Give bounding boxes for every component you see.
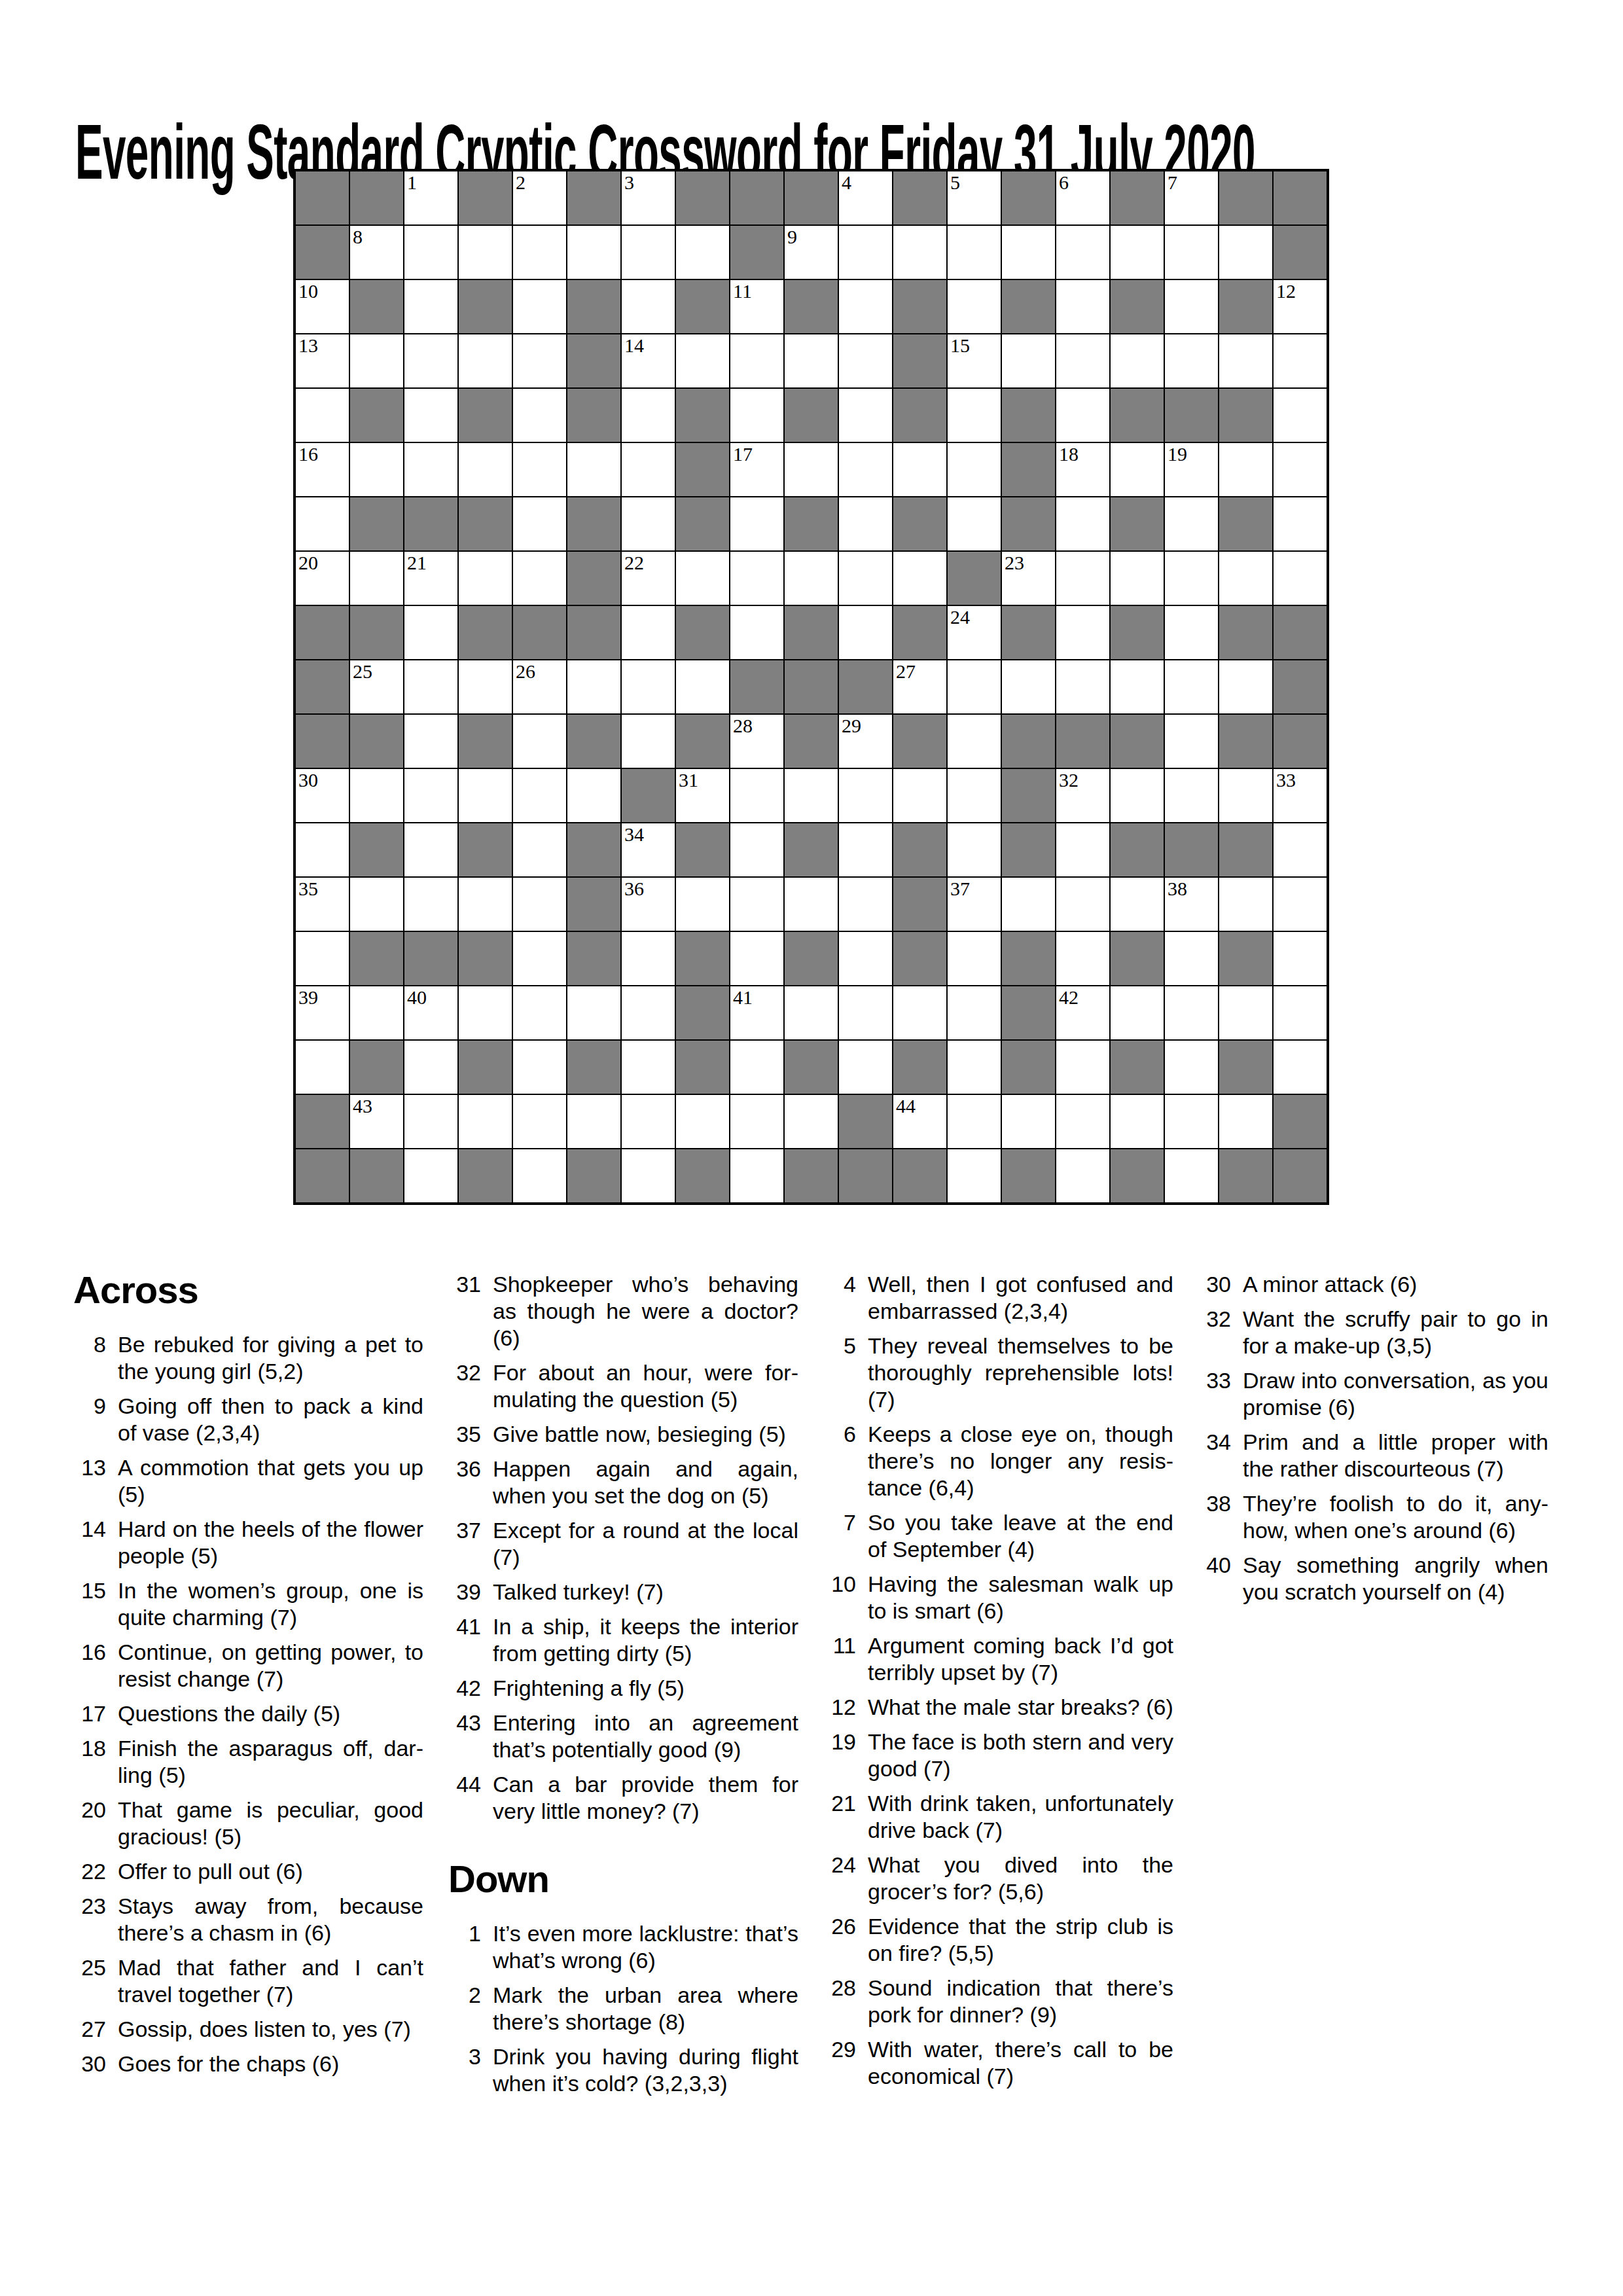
clue-item: 19The face is both stern and very good (… [823, 1729, 1173, 1782]
clue-item: 35Give battle now, besieging (5) [448, 1421, 798, 1448]
grid-cell[interactable] [1219, 1094, 1273, 1149]
grid-cell[interactable] [458, 768, 512, 823]
grid-cell[interactable] [404, 768, 458, 823]
grid-cell[interactable] [404, 1094, 458, 1149]
grid-cell[interactable] [730, 768, 784, 823]
grid-cell[interactable] [784, 551, 838, 605]
grid-cell[interactable]: 21 [404, 551, 458, 605]
grid-cell[interactable] [730, 334, 784, 388]
grid-cell[interactable] [947, 388, 1001, 442]
grid-cell[interactable] [730, 1094, 784, 1149]
grid-cell[interactable]: 4 [838, 171, 893, 225]
grid-cell[interactable] [947, 225, 1001, 279]
grid-cell[interactable] [893, 225, 947, 279]
grid-cell[interactable]: 30 [295, 768, 349, 823]
grid-cell[interactable]: 34 [621, 823, 675, 877]
blocked-cell [458, 605, 512, 660]
grid-cell[interactable] [1001, 1094, 1056, 1149]
grid-cell[interactable] [1219, 334, 1273, 388]
grid-cell[interactable] [621, 986, 675, 1040]
grid-cell[interactable] [1056, 931, 1110, 986]
grid-cell[interactable] [621, 660, 675, 714]
grid-cell[interactable] [295, 931, 349, 986]
grid-cell[interactable] [404, 605, 458, 660]
grid-cell[interactable] [349, 986, 404, 1040]
grid-cell[interactable] [947, 823, 1001, 877]
blocked-cell [1164, 823, 1219, 877]
blocked-cell [1001, 986, 1056, 1040]
grid-cell[interactable]: 44 [893, 1094, 947, 1149]
blocked-cell [784, 931, 838, 986]
grid-cell[interactable] [947, 1040, 1001, 1094]
grid-cell[interactable] [621, 225, 675, 279]
grid-cell[interactable]: 24 [947, 605, 1001, 660]
blocked-cell [838, 1094, 893, 1149]
clue-item-number: 26 [823, 1913, 856, 1940]
grid-cell[interactable] [1273, 931, 1327, 986]
grid-cell[interactable] [1164, 497, 1219, 551]
grid-cell[interactable] [1110, 768, 1164, 823]
grid-cell[interactable]: 23 [1001, 551, 1056, 605]
grid-cell[interactable] [1219, 442, 1273, 497]
blocked-cell [1273, 1094, 1327, 1149]
grid-cell[interactable] [1056, 823, 1110, 877]
grid-cell[interactable] [838, 1040, 893, 1094]
grid-cell[interactable] [1219, 877, 1273, 931]
grid-cell[interactable] [1219, 660, 1273, 714]
grid-cell[interactable] [1164, 660, 1219, 714]
blocked-cell [349, 1149, 404, 1203]
grid-cell[interactable] [404, 388, 458, 442]
grid-cell[interactable] [1164, 225, 1219, 279]
blocked-cell [1219, 931, 1273, 986]
grid-cell[interactable] [1001, 660, 1056, 714]
grid-cell[interactable]: 15 [947, 334, 1001, 388]
grid-cell[interactable] [458, 986, 512, 1040]
grid-cell[interactable] [838, 497, 893, 551]
blocked-cell [893, 334, 947, 388]
grid-cell[interactable] [675, 1094, 730, 1149]
grid-cell[interactable]: 33 [1273, 768, 1327, 823]
clue-item: 26Evidence that the strip club is on fir… [823, 1913, 1173, 1967]
grid-cell[interactable] [1056, 551, 1110, 605]
grid-cell[interactable]: 41 [730, 986, 784, 1040]
clue-item: 23Stays away from, because there’s a cha… [73, 1893, 423, 1946]
grid-cell[interactable] [621, 497, 675, 551]
blocked-cell [1164, 388, 1219, 442]
grid-cell[interactable] [1164, 1149, 1219, 1203]
grid-cell[interactable] [838, 877, 893, 931]
cell-clue-number: 21 [407, 552, 427, 573]
grid-cell[interactable]: 28 [730, 714, 784, 768]
grid-cell[interactable]: 20 [295, 551, 349, 605]
grid-cell[interactable]: 27 [893, 660, 947, 714]
grid-cell[interactable] [349, 768, 404, 823]
grid-cell[interactable] [893, 442, 947, 497]
grid-cell[interactable] [404, 225, 458, 279]
grid-cell[interactable] [730, 497, 784, 551]
grid-cell[interactable] [838, 225, 893, 279]
grid-cell[interactable] [349, 551, 404, 605]
grid-cell[interactable]: 26 [512, 660, 567, 714]
clue-item-text: They’re foolish to do it, anyhow, when o… [1243, 1491, 1548, 1543]
grid-cell[interactable] [784, 768, 838, 823]
grid-cell[interactable] [1056, 1040, 1110, 1094]
grid-cell[interactable] [512, 225, 567, 279]
clue-item-number: 12 [823, 1694, 856, 1721]
grid-cell[interactable]: 22 [621, 551, 675, 605]
grid-cell[interactable] [1056, 1094, 1110, 1149]
blocked-cell [1001, 714, 1056, 768]
cell-clue-number: 20 [298, 552, 318, 573]
grid-cell[interactable] [1164, 551, 1219, 605]
grid-cell[interactable] [1001, 334, 1056, 388]
grid-cell[interactable] [947, 931, 1001, 986]
blocked-cell [1110, 1149, 1164, 1203]
grid-cell[interactable] [512, 823, 567, 877]
grid-cell[interactable] [947, 714, 1001, 768]
grid-cell[interactable] [512, 714, 567, 768]
grid-cell[interactable] [621, 1040, 675, 1094]
clue-item-number: 37 [448, 1517, 481, 1544]
grid-cell[interactable] [621, 931, 675, 986]
grid-cell[interactable] [1273, 442, 1327, 497]
grid-cell[interactable] [458, 551, 512, 605]
clue-item-number: 13 [73, 1454, 106, 1481]
grid-cell[interactable] [947, 279, 1001, 334]
grid-cell[interactable] [947, 660, 1001, 714]
grid-cell[interactable] [404, 334, 458, 388]
grid-cell[interactable]: 39 [295, 986, 349, 1040]
grid-cell[interactable]: 7 [1164, 171, 1219, 225]
clue-item-text: Can a bar provide them for very little m… [493, 1772, 798, 1823]
cell-clue-number: 2 [516, 172, 526, 193]
grid-cell[interactable] [947, 986, 1001, 1040]
grid-cell[interactable] [838, 279, 893, 334]
clue-item-number: 29 [823, 2036, 856, 2063]
cell-clue-number: 14 [624, 335, 644, 356]
clue-item-number: 34 [1198, 1429, 1231, 1456]
clue-item-text: Entering into an agreement that’s potent… [493, 1710, 798, 1762]
blocked-cell [1001, 1040, 1056, 1094]
grid-cell[interactable]: 9 [784, 225, 838, 279]
clue-item: 13A commotion that gets you up (5) [73, 1454, 423, 1508]
blocked-cell [784, 1040, 838, 1094]
grid-cell[interactable] [675, 334, 730, 388]
grid-cell[interactable] [730, 823, 784, 877]
grid-cell[interactable] [784, 442, 838, 497]
blocked-cell [621, 768, 675, 823]
grid-cell[interactable] [567, 1094, 621, 1149]
grid-cell[interactable] [1110, 660, 1164, 714]
grid-cell[interactable] [1110, 986, 1164, 1040]
grid-cell[interactable] [784, 986, 838, 1040]
clue-item-text: Keeps a close eye on, though there’s no … [868, 1422, 1173, 1500]
clue-item-text: Having the salesman walk up to is smart … [868, 1571, 1173, 1623]
grid-cell[interactable] [404, 714, 458, 768]
grid-cell[interactable] [621, 388, 675, 442]
grid-cell[interactable] [1110, 442, 1164, 497]
grid-cell[interactable] [621, 1094, 675, 1149]
grid-cell[interactable]: 18 [1056, 442, 1110, 497]
grid-cell[interactable] [893, 768, 947, 823]
grid-cell[interactable] [784, 877, 838, 931]
grid-cell[interactable] [838, 986, 893, 1040]
grid-cell[interactable]: 19 [1164, 442, 1219, 497]
grid-cell[interactable] [1273, 877, 1327, 931]
grid-cell[interactable] [730, 551, 784, 605]
grid-cell[interactable]: 29 [838, 714, 893, 768]
grid-cell[interactable]: 1 [404, 171, 458, 225]
grid-cell[interactable] [1110, 225, 1164, 279]
grid-cell[interactable] [458, 442, 512, 497]
blocked-cell [458, 714, 512, 768]
grid-cell[interactable] [1164, 986, 1219, 1040]
blocked-cell [784, 823, 838, 877]
grid-cell[interactable] [1056, 279, 1110, 334]
grid-cell[interactable]: 5 [947, 171, 1001, 225]
grid-cell[interactable] [1219, 768, 1273, 823]
grid-cell[interactable] [1164, 768, 1219, 823]
grid-cell[interactable] [947, 1094, 1001, 1149]
grid-cell[interactable]: 16 [295, 442, 349, 497]
grid-cell[interactable]: 42 [1056, 986, 1110, 1040]
grid-cell[interactable] [567, 986, 621, 1040]
grid-cell[interactable] [1219, 225, 1273, 279]
blocked-cell [893, 171, 947, 225]
grid-cell[interactable] [349, 442, 404, 497]
blocked-cell [295, 605, 349, 660]
clue-item-number: 18 [73, 1735, 106, 1762]
grid-cell[interactable] [1001, 225, 1056, 279]
blocked-cell [1001, 497, 1056, 551]
grid-cell[interactable] [1164, 714, 1219, 768]
grid-cell[interactable] [1219, 986, 1273, 1040]
grid-cell[interactable] [1273, 1040, 1327, 1094]
grid-cell[interactable]: 11 [730, 279, 784, 334]
grid-cell[interactable] [947, 1149, 1001, 1203]
grid-cell[interactable] [1056, 605, 1110, 660]
blocked-cell [893, 877, 947, 931]
grid-cell[interactable]: 14 [621, 334, 675, 388]
grid-cell[interactable] [838, 931, 893, 986]
grid-cell[interactable] [458, 334, 512, 388]
grid-cell[interactable]: 38 [1164, 877, 1219, 931]
grid-cell[interactable] [947, 497, 1001, 551]
grid-cell[interactable] [838, 388, 893, 442]
grid-cell[interactable] [458, 877, 512, 931]
grid-cell[interactable] [1110, 334, 1164, 388]
grid-cell[interactable] [621, 442, 675, 497]
blocked-cell [1110, 497, 1164, 551]
grid-cell[interactable] [1001, 877, 1056, 931]
grid-cell[interactable]: 40 [404, 986, 458, 1040]
cell-clue-number: 18 [1059, 444, 1079, 465]
clue-item-number: 42 [448, 1675, 481, 1702]
clue-item: 5They reveal themselves to be thoroughly… [823, 1333, 1173, 1413]
grid-cell[interactable] [512, 334, 567, 388]
grid-cell[interactable] [730, 388, 784, 442]
grid-cell[interactable] [1273, 823, 1327, 877]
grid-cell[interactable] [947, 442, 1001, 497]
grid-cell[interactable] [1110, 551, 1164, 605]
clue-item-text: Going off then to pack a kind of vase (2… [118, 1393, 423, 1445]
grid-cell[interactable] [295, 388, 349, 442]
grid-cell[interactable] [621, 279, 675, 334]
clue-item-number: 24 [823, 1852, 856, 1878]
grid-cell[interactable] [295, 823, 349, 877]
grid-cell[interactable] [1273, 388, 1327, 442]
grid-cell[interactable] [567, 768, 621, 823]
grid-cell[interactable] [1273, 986, 1327, 1040]
grid-cell[interactable] [1164, 1040, 1219, 1094]
grid-cell[interactable] [621, 1149, 675, 1203]
blocked-cell [893, 388, 947, 442]
grid-cell[interactable] [404, 660, 458, 714]
grid-cell[interactable]: 13 [295, 334, 349, 388]
clue-item-text: In the women’s group, one is quite charm… [118, 1578, 423, 1630]
grid-cell[interactable] [1056, 334, 1110, 388]
grid-cell[interactable] [730, 931, 784, 986]
grid-cell[interactable] [1164, 1094, 1219, 1149]
clue-item-text: Shopkeeper who’s behaving as though he w… [493, 1272, 798, 1350]
grid-cell[interactable]: 6 [1056, 171, 1110, 225]
grid-cell[interactable] [512, 279, 567, 334]
grid-cell[interactable] [1056, 388, 1110, 442]
grid-cell[interactable] [295, 1040, 349, 1094]
grid-cell[interactable] [1164, 334, 1219, 388]
grid-cell[interactable] [730, 605, 784, 660]
grid-cell[interactable] [349, 334, 404, 388]
grid-cell[interactable] [512, 877, 567, 931]
grid-cell[interactable] [512, 1149, 567, 1203]
grid-cell[interactable] [1110, 877, 1164, 931]
grid-cell[interactable] [1219, 551, 1273, 605]
clue-item: 3Drink you having during flight when it’… [448, 2043, 798, 2097]
grid-cell[interactable] [730, 1149, 784, 1203]
grid-cell[interactable]: 8 [349, 225, 404, 279]
grid-cell[interactable] [512, 986, 567, 1040]
grid-cell[interactable] [784, 334, 838, 388]
grid-cell[interactable] [947, 768, 1001, 823]
grid-cell[interactable] [512, 551, 567, 605]
grid-cell[interactable] [512, 442, 567, 497]
grid-cell[interactable] [404, 1149, 458, 1203]
grid-cell[interactable]: 37 [947, 877, 1001, 931]
grid-cell[interactable] [675, 551, 730, 605]
grid-cell[interactable] [838, 768, 893, 823]
cell-clue-number: 34 [624, 824, 644, 845]
grid-cell[interactable]: 32 [1056, 768, 1110, 823]
grid-cell[interactable]: 25 [349, 660, 404, 714]
grid-cell[interactable]: 12 [1273, 279, 1327, 334]
grid-cell[interactable] [512, 768, 567, 823]
grid-cell[interactable] [1056, 660, 1110, 714]
grid-cell[interactable] [893, 986, 947, 1040]
clue-item: 43Entering into an agreement that’s pote… [448, 1710, 798, 1763]
grid-cell[interactable]: 10 [295, 279, 349, 334]
grid-cell[interactable]: 3 [621, 171, 675, 225]
grid-cell[interactable] [404, 1040, 458, 1094]
grid-cell[interactable] [512, 1094, 567, 1149]
grid-cell[interactable] [512, 388, 567, 442]
grid-cell[interactable]: 31 [675, 768, 730, 823]
down-heading: Down [448, 1860, 798, 1898]
grid-cell[interactable] [567, 442, 621, 497]
grid-cell[interactable] [295, 497, 349, 551]
grid-cell[interactable] [838, 442, 893, 497]
grid-cell[interactable] [404, 877, 458, 931]
grid-cell[interactable] [838, 551, 893, 605]
grid-cell[interactable] [621, 714, 675, 768]
grid-cell[interactable] [567, 660, 621, 714]
grid-cell[interactable] [675, 225, 730, 279]
grid-cell[interactable]: 36 [621, 877, 675, 931]
grid-cell[interactable] [838, 334, 893, 388]
blocked-cell [1219, 171, 1273, 225]
blocked-cell [567, 823, 621, 877]
grid-cell[interactable] [404, 442, 458, 497]
clue-item: 27Gossip, does listen to, yes (7) [73, 2016, 423, 2043]
grid-cell[interactable] [458, 660, 512, 714]
blocked-cell [349, 171, 404, 225]
grid-cell[interactable] [675, 877, 730, 931]
grid-cell[interactable] [1164, 279, 1219, 334]
grid-cell[interactable] [1056, 497, 1110, 551]
grid-cell[interactable] [458, 1094, 512, 1149]
blocked-cell [893, 605, 947, 660]
grid-cell[interactable]: 2 [512, 171, 567, 225]
cell-clue-number: 30 [298, 770, 318, 791]
grid-cell[interactable] [730, 877, 784, 931]
grid-cell[interactable] [512, 931, 567, 986]
grid-cell[interactable] [349, 877, 404, 931]
grid-cell[interactable]: 17 [730, 442, 784, 497]
grid-cell[interactable] [838, 823, 893, 877]
grid-cell[interactable] [512, 497, 567, 551]
grid-cell[interactable] [1164, 931, 1219, 986]
clue-item-text: Continue, on getting power, to resist ch… [118, 1640, 423, 1691]
grid-cell[interactable]: 43 [349, 1094, 404, 1149]
grid-cell[interactable] [1273, 334, 1327, 388]
grid-cell[interactable]: 35 [295, 877, 349, 931]
blocked-cell [567, 931, 621, 986]
blocked-cell [1273, 714, 1327, 768]
grid-cell[interactable] [1056, 1149, 1110, 1203]
grid-cell[interactable] [1056, 877, 1110, 931]
grid-cell[interactable] [1273, 551, 1327, 605]
grid-cell[interactable] [675, 660, 730, 714]
grid-cell[interactable] [893, 551, 947, 605]
grid-cell[interactable] [730, 1040, 784, 1094]
grid-cell[interactable] [404, 823, 458, 877]
grid-cell[interactable] [458, 225, 512, 279]
grid-cell[interactable] [838, 605, 893, 660]
grid-cell[interactable] [1273, 497, 1327, 551]
grid-cell[interactable] [404, 279, 458, 334]
clue-item-text: Mad that father and I can’t travel toget… [118, 1955, 423, 2007]
grid-cell[interactable] [1110, 1094, 1164, 1149]
grid-cell[interactable] [1164, 605, 1219, 660]
grid-cell[interactable] [784, 1094, 838, 1149]
grid-cell[interactable] [1056, 225, 1110, 279]
grid-cell[interactable] [621, 605, 675, 660]
grid-cell[interactable] [512, 1040, 567, 1094]
cell-clue-number: 3 [624, 172, 634, 193]
grid-cell[interactable] [567, 225, 621, 279]
blocked-cell [1273, 1149, 1327, 1203]
clue-item: 10Having the salesman walk up to is smar… [823, 1571, 1173, 1624]
